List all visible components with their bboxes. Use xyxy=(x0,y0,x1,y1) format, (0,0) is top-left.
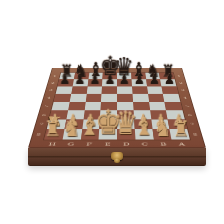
rank-label-right-5: 5 xyxy=(181,102,194,111)
square-f1: ♝ xyxy=(81,129,100,140)
rank-label-right-7: 7 xyxy=(186,119,200,129)
square-b3 xyxy=(150,110,168,119)
square-e5 xyxy=(101,94,117,102)
piece-black-rook: ♜ xyxy=(60,62,73,79)
square-d2: ♟ xyxy=(117,119,135,129)
square-b7: ♟ xyxy=(146,79,162,86)
square-a4 xyxy=(164,102,182,111)
square-g7: ♟ xyxy=(72,79,88,86)
chess-set-scene: ♜♞♝♚♛♝♞♜♟♟♟♟♟♟♟♟♟♟♟♟♟♟♟♟♜♞♝♚♛♝♞♜ HGFEDCB… xyxy=(28,0,206,148)
square-e6 xyxy=(102,86,117,93)
square-d6 xyxy=(117,86,132,93)
square-c4 xyxy=(133,102,150,111)
square-b1: ♞ xyxy=(152,129,172,140)
square-h2: ♟ xyxy=(47,119,66,129)
square-b5 xyxy=(148,94,165,102)
square-g2: ♟ xyxy=(64,119,83,129)
piece-black-knight: ♞ xyxy=(146,62,160,80)
file-labels: HGFEDCBA xyxy=(42,140,192,148)
square-a3 xyxy=(166,110,185,119)
square-a7: ♟ xyxy=(160,79,176,86)
board-box-top: ♜♞♝♚♛♝♞♜♟♟♟♟♟♟♟♟♟♟♟♟♟♟♟♟♜♞♝♚♛♝♞♜ HGFEDCB… xyxy=(28,68,206,148)
rank-label-right-2: 2 xyxy=(175,79,186,86)
square-e2: ♟ xyxy=(99,119,117,129)
file-label-f: F xyxy=(80,141,99,146)
file-label-b: B xyxy=(154,141,173,146)
square-c1: ♝ xyxy=(135,129,154,140)
square-e7: ♟ xyxy=(102,79,117,86)
square-f5 xyxy=(85,94,101,102)
square-d1: ♛ xyxy=(117,129,135,140)
piece-black-bishop: ♝ xyxy=(88,60,103,79)
square-c6 xyxy=(132,86,148,93)
square-h4 xyxy=(52,102,70,111)
square-d4 xyxy=(117,102,133,111)
file-label-c: C xyxy=(135,141,154,146)
brass-clasp-knob-icon xyxy=(114,158,120,163)
piece-black-bishop: ♝ xyxy=(131,60,146,79)
square-d3 xyxy=(117,110,134,119)
rank-label-left-2: 2 xyxy=(47,79,58,86)
square-g4 xyxy=(68,102,85,111)
square-b2: ♟ xyxy=(151,119,170,129)
rank-label-left-3: 3 xyxy=(45,86,57,93)
square-h6 xyxy=(56,86,73,93)
square-c3 xyxy=(133,110,151,119)
rank-label-left-5: 5 xyxy=(40,102,53,111)
square-b6 xyxy=(147,86,163,93)
file-label-d: D xyxy=(117,141,136,146)
square-g1: ♞ xyxy=(62,129,82,140)
square-b4 xyxy=(149,102,166,111)
rank-label-right-3: 3 xyxy=(177,86,189,93)
rank-label-left-4: 4 xyxy=(43,94,55,102)
rank-label-right-6: 6 xyxy=(183,110,196,119)
square-e1: ♚ xyxy=(99,129,117,140)
rank-label-right-4: 4 xyxy=(179,94,191,102)
square-a2: ♟ xyxy=(168,119,187,129)
square-a1: ♜ xyxy=(170,129,190,140)
square-c7: ♟ xyxy=(131,79,146,86)
square-c5 xyxy=(132,94,148,102)
file-label-e: E xyxy=(98,141,117,146)
file-label-h: H xyxy=(42,141,62,146)
square-a6 xyxy=(162,86,179,93)
square-g5 xyxy=(70,94,87,102)
rank-label-right-8: 8 xyxy=(188,129,202,140)
square-f7: ♟ xyxy=(87,79,102,86)
square-a5 xyxy=(163,94,180,102)
square-f3 xyxy=(83,110,101,119)
square-g6 xyxy=(71,86,87,93)
square-d7: ♟ xyxy=(117,79,132,86)
square-h7: ♟ xyxy=(58,79,74,86)
box-front-face xyxy=(28,148,206,166)
file-label-g: G xyxy=(61,141,80,146)
square-g3 xyxy=(66,110,84,119)
board-grid: ♜♞♝♚♛♝♞♜♟♟♟♟♟♟♟♟♟♟♟♟♟♟♟♟♜♞♝♚♛♝♞♜ xyxy=(44,73,190,140)
file-label-a: A xyxy=(172,141,192,146)
square-f4 xyxy=(84,102,101,111)
square-h5 xyxy=(54,94,71,102)
square-f6 xyxy=(86,86,102,93)
piece-black-rook: ♜ xyxy=(161,62,174,79)
square-h1: ♜ xyxy=(44,129,64,140)
piece-black-knight: ♞ xyxy=(74,62,88,80)
square-e3 xyxy=(100,110,117,119)
square-d5 xyxy=(117,94,133,102)
square-c2: ♟ xyxy=(134,119,152,129)
square-f2: ♟ xyxy=(82,119,100,129)
square-e4 xyxy=(101,102,117,111)
